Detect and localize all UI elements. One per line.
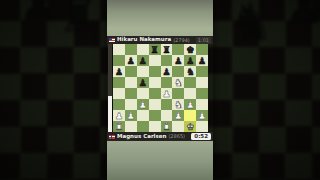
black-rook-piece[interactable]: ♜ xyxy=(162,44,171,54)
square-e5[interactable] xyxy=(161,77,173,88)
square-c1[interactable] xyxy=(137,121,149,132)
square-f6[interactable] xyxy=(172,66,184,77)
black-pawn-piece[interactable]: ♟ xyxy=(127,55,136,64)
black-pawn-piece[interactable]: ♟ xyxy=(115,66,124,76)
square-g1[interactable]: ♚ xyxy=(184,121,196,132)
square-a3[interactable] xyxy=(113,99,125,110)
square-a2[interactable]: ♟ xyxy=(113,110,125,121)
bottom-player-clock: 0:52 xyxy=(191,133,211,141)
us-flag-icon xyxy=(109,38,115,42)
square-d6[interactable] xyxy=(149,66,161,77)
black-pawn-piece[interactable]: ♟ xyxy=(162,66,171,76)
square-b6[interactable] xyxy=(125,66,137,77)
square-e8[interactable]: ♜ xyxy=(161,44,173,55)
norway-flag-icon xyxy=(109,135,115,139)
white-pawn-piece[interactable]: ♟ xyxy=(138,99,147,109)
black-pawn-piece[interactable]: ♟ xyxy=(138,55,147,64)
square-f1[interactable] xyxy=(172,121,184,132)
square-c5[interactable]: ♟ xyxy=(137,77,149,88)
black-pawn-piece[interactable]: ♟ xyxy=(186,55,195,64)
square-h4[interactable] xyxy=(196,88,208,99)
square-a1[interactable]: ♜ xyxy=(113,121,125,132)
square-a7[interactable] xyxy=(113,55,125,66)
square-g7[interactable]: ♟ xyxy=(184,55,196,66)
white-pawn-piece[interactable]: ♟ xyxy=(198,110,207,120)
square-c4[interactable] xyxy=(137,88,149,99)
black-rook-piece[interactable]: ♜ xyxy=(150,44,159,54)
white-pawn-piece[interactable]: ♟ xyxy=(115,110,124,120)
eval-bar-white xyxy=(108,96,112,132)
video-strip: Hikaru Nakamura (2794) 1:01 ♜♜♚♟♟♟♟♟♟♟♞♟… xyxy=(107,0,213,180)
evaluation-bar xyxy=(108,44,112,132)
square-e2[interactable] xyxy=(161,110,173,121)
square-g8[interactable]: ♚ xyxy=(184,44,196,55)
square-e4[interactable]: ♟ xyxy=(161,88,173,99)
square-b8[interactable] xyxy=(125,44,137,55)
square-c6[interactable] xyxy=(137,66,149,77)
chess-board[interactable]: ♜♜♚♟♟♟♟♟♟♟♞♟♞♟♟♞♟♟♟♟♟♜♜♚ xyxy=(113,44,208,132)
square-f7[interactable]: ♟ xyxy=(172,55,184,66)
square-a5[interactable] xyxy=(113,77,125,88)
square-a4[interactable] xyxy=(113,88,125,99)
square-a8[interactable] xyxy=(113,44,125,55)
square-h3[interactable] xyxy=(196,99,208,110)
top-player-rating: (2794) xyxy=(173,38,190,43)
square-g6[interactable]: ♞ xyxy=(184,66,196,77)
square-e7[interactable] xyxy=(161,55,173,66)
white-pawn-piece[interactable]: ♟ xyxy=(127,110,136,120)
top-player-bar: Hikaru Nakamura (2794) 1:01 xyxy=(107,36,213,44)
square-b7[interactable]: ♟ xyxy=(125,55,137,66)
square-h6[interactable] xyxy=(196,66,208,77)
square-d2[interactable] xyxy=(149,110,161,121)
square-g2[interactable] xyxy=(184,110,196,121)
square-f4[interactable] xyxy=(172,88,184,99)
bottom-player-bar: Magnus Carlsen (2865) 0:52 xyxy=(107,132,213,141)
square-e6[interactable]: ♟ xyxy=(161,66,173,77)
top-player-name: Hikaru Nakamura xyxy=(117,37,171,43)
square-f5[interactable]: ♞ xyxy=(172,77,184,88)
top-blur-area xyxy=(107,0,213,36)
black-pawn-piece[interactable]: ♟ xyxy=(174,55,183,64)
square-a6[interactable]: ♟ xyxy=(113,66,125,77)
square-h2[interactable]: ♟ xyxy=(196,110,208,121)
bottom-player-rating: (2865) xyxy=(168,134,185,139)
white-pawn-piece[interactable]: ♟ xyxy=(186,99,195,109)
square-g3[interactable]: ♟ xyxy=(184,99,196,110)
black-pawn-piece[interactable]: ♟ xyxy=(198,55,207,64)
square-b5[interactable] xyxy=(125,77,137,88)
square-g5[interactable] xyxy=(184,77,196,88)
square-b1[interactable] xyxy=(125,121,137,132)
square-d3[interactable] xyxy=(149,99,161,110)
square-b4[interactable] xyxy=(125,88,137,99)
black-knight-piece[interactable]: ♞ xyxy=(186,66,195,76)
square-d5[interactable] xyxy=(149,77,161,88)
bottom-blur-area xyxy=(107,141,213,180)
square-f2[interactable]: ♟ xyxy=(172,110,184,121)
square-c3[interactable]: ♟ xyxy=(137,99,149,110)
square-h8[interactable] xyxy=(196,44,208,55)
square-e3[interactable] xyxy=(161,99,173,110)
square-g4[interactable] xyxy=(184,88,196,99)
square-d4[interactable] xyxy=(149,88,161,99)
white-rook-piece[interactable]: ♜ xyxy=(115,121,124,131)
white-pawn-piece[interactable]: ♟ xyxy=(174,110,183,120)
eval-bar-black xyxy=(108,44,112,96)
square-f8[interactable] xyxy=(172,44,184,55)
square-c8[interactable] xyxy=(137,44,149,55)
white-knight-piece[interactable]: ♞ xyxy=(174,77,183,87)
square-c7[interactable]: ♟ xyxy=(137,55,149,66)
square-d8[interactable]: ♜ xyxy=(149,44,161,55)
square-b2[interactable]: ♟ xyxy=(125,110,137,121)
square-f3[interactable]: ♞ xyxy=(172,99,184,110)
black-pawn-piece[interactable]: ♟ xyxy=(138,77,147,87)
square-h1[interactable] xyxy=(196,121,208,132)
square-h5[interactable] xyxy=(196,77,208,88)
white-rook-piece[interactable]: ♜ xyxy=(162,121,171,131)
square-h7[interactable]: ♟ xyxy=(196,55,208,66)
black-king-piece[interactable]: ♚ xyxy=(186,44,195,54)
square-d1[interactable] xyxy=(149,121,161,132)
square-e1[interactable]: ♜ xyxy=(161,121,173,132)
square-b3[interactable] xyxy=(125,99,137,110)
bottom-player-name: Magnus Carlsen xyxy=(117,134,166,140)
white-pawn-piece[interactable]: ♟ xyxy=(162,88,171,98)
square-d7[interactable] xyxy=(149,55,161,66)
square-c2[interactable] xyxy=(137,110,149,121)
top-player-clock: 1:01 xyxy=(196,37,211,44)
white-knight-piece[interactable]: ♞ xyxy=(174,99,183,109)
white-king-piece[interactable]: ♚ xyxy=(186,121,195,131)
